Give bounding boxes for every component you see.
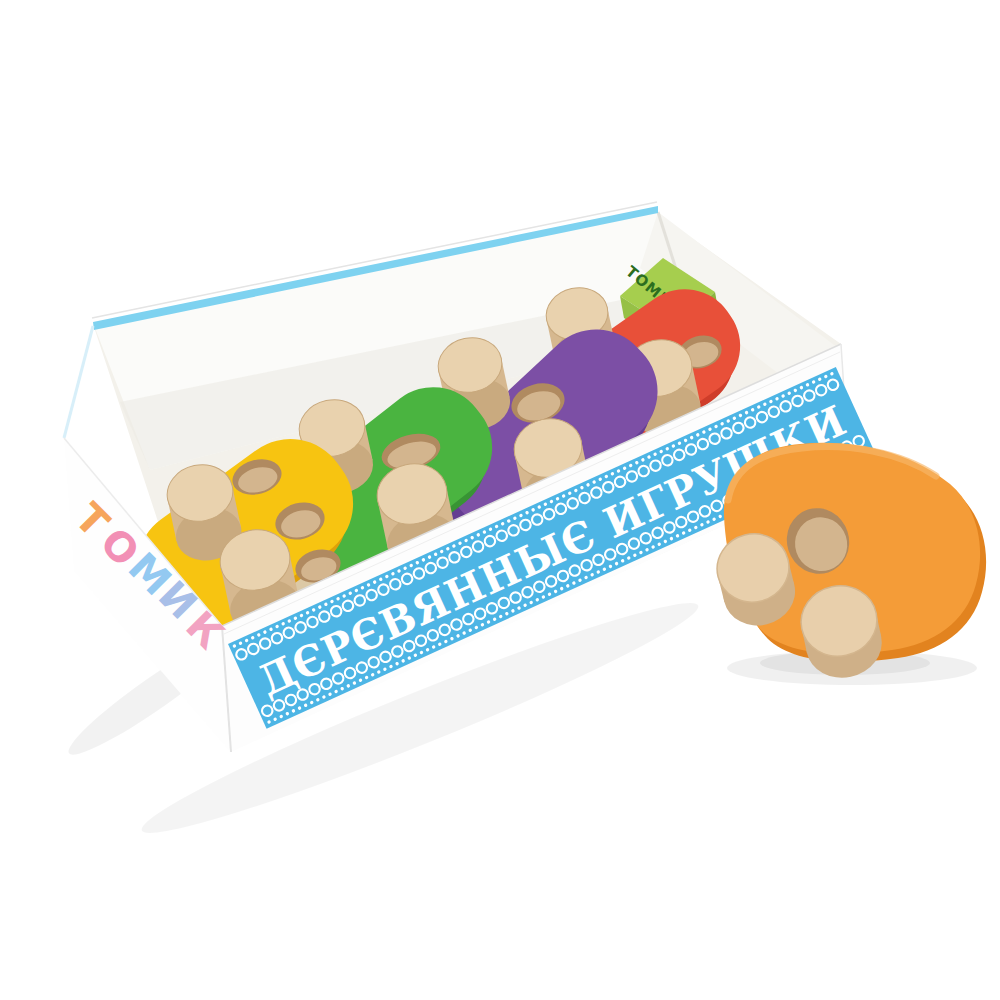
product-photo: ТОМИК <box>0 0 1000 1000</box>
toy-car-orange <box>710 443 986 685</box>
screenshot-root: ТОМИК <box>0 0 1000 1000</box>
box-left-back-edge <box>64 326 93 438</box>
